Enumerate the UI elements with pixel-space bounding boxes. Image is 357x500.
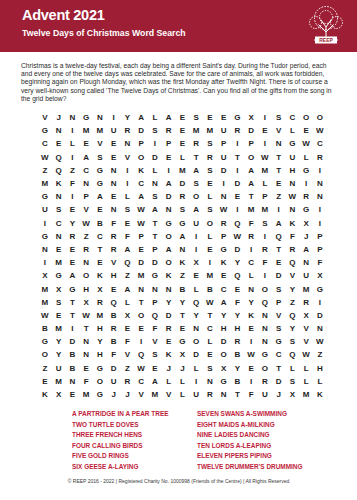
grid-cell: N [203, 375, 217, 388]
grid-cell: Z [121, 269, 135, 282]
grid-cell: L [299, 375, 313, 388]
grid-cell: E [203, 111, 217, 124]
grid-cell: T [272, 151, 286, 164]
grid-cell: H [93, 348, 107, 361]
grid-cell: X [176, 348, 190, 361]
grid-cell: Y [286, 282, 300, 295]
grid-cell: L [176, 151, 190, 164]
grid-cell: L [121, 190, 135, 203]
grid-cell: O [134, 151, 148, 164]
grid-cell: M [79, 124, 93, 137]
grid-cell: Q [189, 296, 203, 309]
grid-cell: P [313, 243, 327, 256]
grid-cell: E [107, 151, 121, 164]
grid-cell: N [66, 375, 80, 388]
grid-cell: W [134, 217, 148, 230]
grid-cell: R [107, 322, 121, 335]
grid-cell: E [52, 309, 66, 322]
grid-cell: M [93, 124, 107, 137]
grid-cell: E [231, 190, 245, 203]
grid-cell: Y [231, 362, 245, 375]
grid-cell: T [231, 388, 245, 401]
grid-cell: E [299, 124, 313, 137]
grid-cell: E [134, 322, 148, 335]
grid-cell: Q [286, 309, 300, 322]
grid-cell: G [79, 111, 93, 124]
grid-cell: S [258, 217, 272, 230]
grid-cell: W [217, 203, 231, 216]
grid-cell: I [148, 137, 162, 150]
grid-cell: Z [313, 348, 327, 361]
grid-cell: N [258, 322, 272, 335]
grid-cell: X [38, 269, 52, 282]
grid-cell: C [244, 256, 258, 269]
grid-cell: S [176, 203, 190, 216]
grid-cell: A [189, 164, 203, 177]
intro-paragraph: Christmas is a twelve-day festival, each… [21, 62, 338, 103]
grid-cell: A [299, 243, 313, 256]
grid-cell: G [258, 348, 272, 361]
grid-cell: R [121, 124, 135, 137]
grid-cell: D [272, 269, 286, 282]
grid-cell: M [52, 256, 66, 269]
grid-cell: B [107, 335, 121, 348]
word-list-item: NINE LADIES DANCING [197, 430, 303, 441]
grid-cell: G [66, 282, 80, 295]
grid-cell: W [134, 362, 148, 375]
grid-cell: L [299, 151, 313, 164]
grid-cell: T [93, 243, 107, 256]
grid-cell: L [203, 230, 217, 243]
grid-cell: N [244, 282, 258, 295]
grid-cell: E [203, 177, 217, 190]
grid-cell: T [176, 309, 190, 322]
grid-cell: A [189, 203, 203, 216]
page-title: Advent 2021 [22, 6, 105, 23]
grid-cell: O [244, 151, 258, 164]
grid-cell: Q [272, 230, 286, 243]
grid-cell: C [93, 230, 107, 243]
grid-cell: J [121, 388, 135, 401]
grid-cell: E [176, 322, 190, 335]
grid-cell: W [231, 230, 245, 243]
grid-cell: T [272, 164, 286, 177]
grid-cell: B [176, 282, 190, 295]
grid-cell: I [203, 256, 217, 269]
grid-cell: C [134, 177, 148, 190]
grid-cell: F [66, 177, 80, 190]
grid-cell: I [313, 217, 327, 230]
grid-cell: M [38, 282, 52, 295]
grid-cell: R [217, 217, 231, 230]
grid-cell: S [189, 177, 203, 190]
logo-text: REEP [319, 37, 333, 43]
grid-cell: O [258, 282, 272, 295]
grid-cell: N [107, 164, 121, 177]
grid-cell: L [203, 335, 217, 348]
grid-cell: P [258, 190, 272, 203]
grid-cell: N [148, 282, 162, 295]
grid-cell: R [231, 124, 245, 137]
grid-cell: E [272, 256, 286, 269]
grid-cell: R [176, 190, 190, 203]
grid-cell: F [121, 335, 135, 348]
grid-cell: W [258, 151, 272, 164]
grid-cell: N [313, 190, 327, 203]
word-list-item: FOUR CALLING BIRDS [72, 441, 168, 452]
grid-cell: I [244, 375, 258, 388]
grid-cell: S [286, 375, 300, 388]
grid-cell: M [244, 203, 258, 216]
grid-cell: G [162, 217, 176, 230]
grid-cell: G [231, 111, 245, 124]
grid-cell: L [121, 296, 135, 309]
grid-cell: E [162, 151, 176, 164]
grid-cell: R [121, 375, 135, 388]
grid-cell: G [217, 375, 231, 388]
word-list-item: TWO TURTLE DOVES [72, 420, 168, 431]
grid-cell: J [162, 362, 176, 375]
grid-cell: Y [52, 335, 66, 348]
grid-cell: L [244, 269, 258, 282]
grid-cell: M [52, 322, 66, 335]
grid-cell: G [299, 164, 313, 177]
grid-cell: D [66, 335, 80, 348]
grid-cell: I [121, 177, 135, 190]
grid-cell: R [299, 190, 313, 203]
grid-cell: S [203, 137, 217, 150]
grid-cell: Y [52, 348, 66, 361]
grid-cell: Q [148, 309, 162, 322]
grid-cell: R [162, 124, 176, 137]
grid-cell: E [52, 137, 66, 150]
grid-cell: N [258, 309, 272, 322]
grid-cell: M [203, 124, 217, 137]
grid-cell: F [258, 256, 272, 269]
grid-cell: J [272, 388, 286, 401]
word-list-item: SIX GEESE A-LAYING [72, 462, 168, 473]
grid-cell: E [244, 322, 258, 335]
grid-cell: O [162, 256, 176, 269]
word-list-left: A PARTRIDGE IN A PEAR TREETWO TURTLE DOV… [72, 409, 177, 472]
grid-cell: W [313, 124, 327, 137]
grid-cell: I [162, 164, 176, 177]
grid-cell: R [79, 243, 93, 256]
grid-cell: V [134, 388, 148, 401]
grid-cell: U [299, 269, 313, 282]
grid-cell: T [231, 151, 245, 164]
grid-cell: E [66, 256, 80, 269]
grid-cell: D [217, 164, 231, 177]
grid-cell: C [313, 137, 327, 150]
grid-cell: A [134, 190, 148, 203]
grid-cell: R [299, 296, 313, 309]
grid-cell: D [162, 309, 176, 322]
grid-cell: I [244, 243, 258, 256]
grid-cell: E [38, 375, 52, 388]
grid-cell: S [148, 124, 162, 137]
grid-cell: S [203, 164, 217, 177]
grid-cell: A [217, 296, 231, 309]
grid-cell: N [148, 177, 162, 190]
grid-cell: G [38, 190, 52, 203]
grid-cell: I [66, 322, 80, 335]
grid-cell: N [107, 203, 121, 216]
grid-cell: I [38, 217, 52, 230]
grid-cell: X [299, 309, 313, 322]
word-list-item: TEN LORDS A-LEAPING [197, 441, 303, 452]
grid-cell: N [286, 203, 300, 216]
grid-cell: L [299, 362, 313, 375]
grid-cell: E [52, 243, 66, 256]
grid-cell: D [107, 362, 121, 375]
grid-cell: O [203, 217, 217, 230]
grid-cell: M [148, 388, 162, 401]
grid-cell: C [52, 217, 66, 230]
grid-cell: G [93, 388, 107, 401]
grid-cell: T [148, 230, 162, 243]
grid-cell: G [286, 137, 300, 150]
grid-cell: L [176, 388, 190, 401]
grid-cell: Y [217, 309, 231, 322]
grid-cell: Q [258, 296, 272, 309]
grid-cell: V [38, 111, 52, 124]
grid-cell: V [272, 124, 286, 137]
grid-cell: L [162, 375, 176, 388]
grid-cell: C [286, 111, 300, 124]
grid-cell: B [66, 362, 80, 375]
grid-cell: Q [231, 269, 245, 282]
grid-cell: S [272, 322, 286, 335]
grid-cell: P [148, 296, 162, 309]
grid-cell: W [299, 348, 313, 361]
grid-cell: O [189, 335, 203, 348]
grid-cell: B [66, 348, 80, 361]
grid-cell: N [52, 230, 66, 243]
word-list-item: A PARTRIDGE IN A PEAR TREE [72, 409, 168, 420]
grid-cell: N [93, 111, 107, 124]
grid-cell: N [286, 177, 300, 190]
grid-cell: N [79, 335, 93, 348]
grid-cell: N [79, 348, 93, 361]
grid-cell: G [272, 335, 286, 348]
grid-cell: V [272, 309, 286, 322]
grid-cell: K [93, 269, 107, 282]
grid-cell: N [217, 190, 231, 203]
grid-cell: I [313, 203, 327, 216]
grid-cell: E [189, 269, 203, 282]
grid-cell: X [121, 309, 135, 322]
grid-cell: M [79, 388, 93, 401]
grid-cell: V [299, 322, 313, 335]
grid-cell: K [313, 388, 327, 401]
grid-cell: F [244, 388, 258, 401]
word-list-item: FIVE GOLD RINGS [72, 451, 168, 462]
grid-cell: E [107, 282, 121, 295]
grid-cell: P [217, 137, 231, 150]
grid-cell: Q [52, 151, 66, 164]
grid-cell: D [148, 151, 162, 164]
grid-cell: F [231, 296, 245, 309]
grid-cell: N [121, 137, 135, 150]
grid-cell: I [272, 203, 286, 216]
grid-cell: G [313, 282, 327, 295]
grid-cell: E [217, 269, 231, 282]
grid-cell: R [244, 230, 258, 243]
grid-cell: T [203, 309, 217, 322]
word-list-item: EIGHT MAIDS A-MILKING [197, 420, 303, 431]
grid-cell: E [107, 137, 121, 150]
grid-cell: K [134, 164, 148, 177]
grid-cell: Z [38, 362, 52, 375]
grid-cell: D [231, 243, 245, 256]
grid-cell: N [299, 256, 313, 269]
grid-cell: N [52, 190, 66, 203]
grid-cell: F [313, 256, 327, 269]
grid-cell: E [66, 388, 80, 401]
grid-cell: Y [244, 296, 258, 309]
grid-cell: D [134, 256, 148, 269]
grid-cell: X [189, 256, 203, 269]
grid-cell: O [93, 375, 107, 388]
grid-cell: R [313, 151, 327, 164]
grid-cell: T [272, 243, 286, 256]
grid-cell: W [203, 296, 217, 309]
grid-cell: A [121, 243, 135, 256]
grid-cell: L [258, 177, 272, 190]
word-list-item: ELEVEN PIPERS PIPING [197, 451, 303, 462]
grid-cell: E [176, 137, 190, 150]
grid-cell: P [244, 137, 258, 150]
grid-cell: I [231, 203, 245, 216]
grid-cell: I [258, 137, 272, 150]
grid-cell: Z [176, 269, 190, 282]
grid-cell: G [93, 177, 107, 190]
grid-cell: U [52, 362, 66, 375]
grid-cell: S [148, 348, 162, 361]
grid-cell: N [217, 388, 231, 401]
grid-cell: K [38, 388, 52, 401]
grid-cell: D [272, 375, 286, 388]
grid-cell: H [286, 164, 300, 177]
grid-cell: S [203, 362, 217, 375]
grid-cell: B [107, 309, 121, 322]
grid-cell: J [107, 388, 121, 401]
grid-cell: E [93, 256, 107, 269]
grid-cell: I [258, 111, 272, 124]
grid-cell: K [217, 256, 231, 269]
grid-cell: A [79, 151, 93, 164]
grid-cell: N [162, 203, 176, 216]
grid-cell: O [189, 190, 203, 203]
grid-cell: E [79, 137, 93, 150]
grid-cell: C [79, 164, 93, 177]
grid-cell: Z [121, 362, 135, 375]
grid-cell: C [203, 322, 217, 335]
grid-cell: I [258, 269, 272, 282]
grid-cell: T [272, 362, 286, 375]
grid-cell: E [272, 177, 286, 190]
grid-cell: F [121, 230, 135, 243]
grid-cell: G [93, 164, 107, 177]
grid-cell: G [148, 269, 162, 282]
grid-cell: Y [286, 322, 300, 335]
grid-cell: H [231, 322, 245, 335]
grid-cell: L [203, 190, 217, 203]
word-list-item: THREE FRENCH HENS [72, 430, 168, 441]
grid-cell: U [217, 124, 231, 137]
grid-cell: O [217, 348, 231, 361]
grid-cell: G [38, 124, 52, 137]
grid-cell: J [176, 362, 190, 375]
grid-cell: Y [231, 309, 245, 322]
grid-cell: W [38, 309, 52, 322]
grid-cell: E [203, 243, 217, 256]
grid-cell: N [107, 177, 121, 190]
word-search-grid: VJNGNIYALAESEEGXISCOOGNIMMURDSREMMURDEVL… [38, 111, 327, 401]
grid-cell: G [52, 269, 66, 282]
grid-cell: L [148, 164, 162, 177]
grid-cell: R [258, 375, 272, 388]
grid-cell: T [244, 190, 258, 203]
grid-cell: F [107, 217, 121, 230]
grid-cell: M [203, 269, 217, 282]
grid-cell: I [313, 296, 327, 309]
grid-cell: W [38, 151, 52, 164]
grid-cell: O [38, 348, 52, 361]
grid-cell: B [93, 217, 107, 230]
grid-cell: R [258, 243, 272, 256]
grid-cell: D [148, 256, 162, 269]
grid-cell: K [52, 177, 66, 190]
grid-cell: X [52, 282, 66, 295]
page-subtitle: Twelve Days of Christmas Word Search [22, 28, 186, 38]
grid-cell: Q [286, 348, 300, 361]
grid-cell: R [162, 322, 176, 335]
grid-cell: R [66, 230, 80, 243]
grid-cell: S [272, 111, 286, 124]
word-list-item: SEVEN SWANS A-SWIMMING [197, 409, 303, 420]
grid-cell: E [258, 124, 272, 137]
grid-cell: N [162, 282, 176, 295]
grid-cell: S [203, 203, 217, 216]
grid-cell: L [189, 362, 203, 375]
grid-cell: Y [66, 217, 80, 230]
grid-cell: T [134, 296, 148, 309]
grid-cell: C [38, 137, 52, 150]
grid-cell: P [162, 137, 176, 150]
grid-cell: S [52, 203, 66, 216]
grid-cell: E [66, 243, 80, 256]
grid-cell: A [93, 190, 107, 203]
grid-cell: Z [272, 190, 286, 203]
grid-cell: R [203, 151, 217, 164]
footer-copyright: © REEP 2016 - 2022 | Registered Charity … [0, 478, 357, 484]
grid-cell: E [231, 282, 245, 295]
grid-cell: A [148, 375, 162, 388]
grid-cell: I [313, 164, 327, 177]
grid-cell: N [66, 111, 80, 124]
grid-cell: A [162, 111, 176, 124]
grid-cell: K [244, 309, 258, 322]
grid-cell: E [121, 217, 135, 230]
grid-cell: I [134, 335, 148, 348]
grid-cell: N [176, 243, 190, 256]
grid-cell: Q [134, 348, 148, 361]
reep-tree-logo-icon: REEP [305, 4, 347, 48]
grid-cell: X [52, 388, 66, 401]
grid-cell: O [258, 362, 272, 375]
